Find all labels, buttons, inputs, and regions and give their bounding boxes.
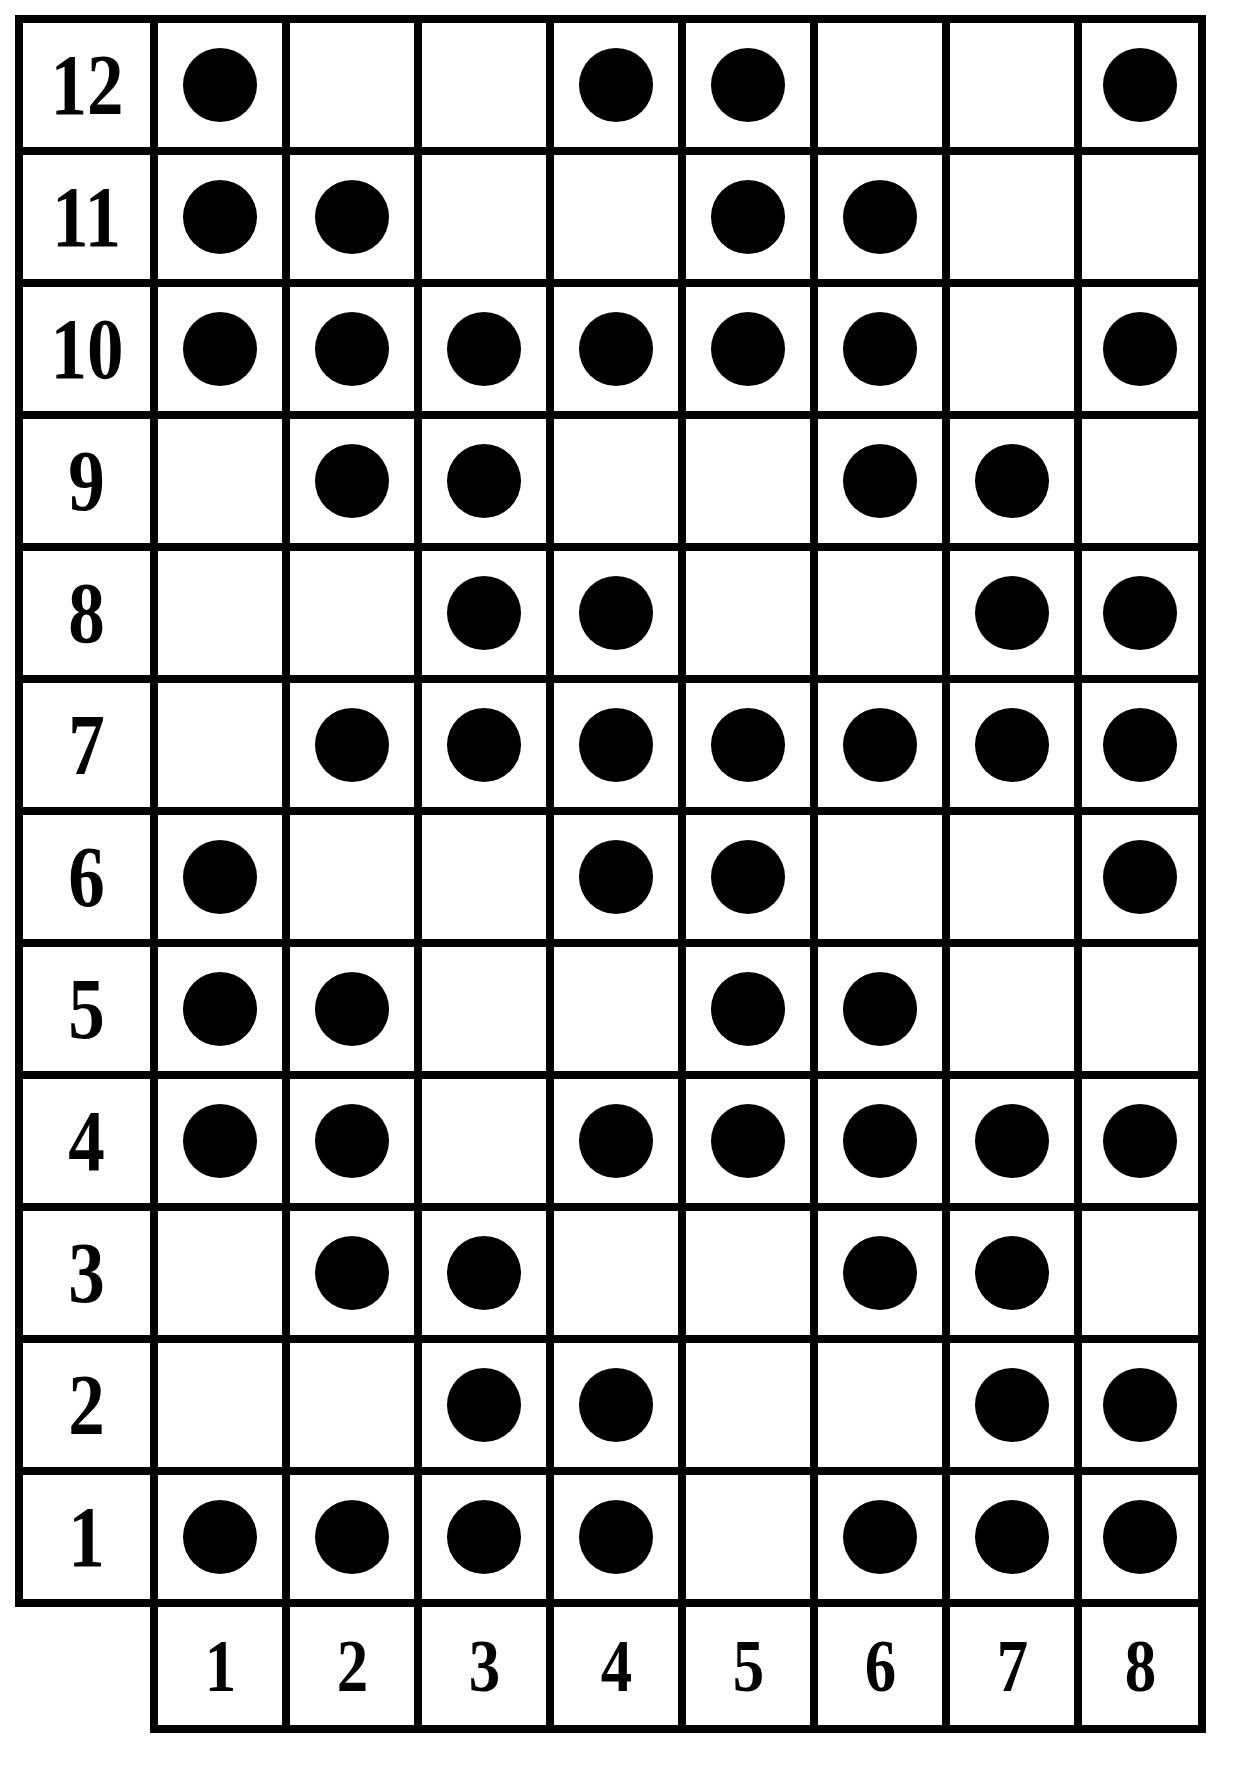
row-label: 11 [15, 147, 150, 279]
grid-cell-r8c4 [546, 543, 678, 675]
dot [843, 444, 917, 518]
grid-cell-r7c7 [942, 675, 1074, 807]
grid-cell-r7c5 [678, 675, 810, 807]
dot [315, 972, 389, 1046]
dot [1103, 576, 1177, 650]
row-label-text: 9 [68, 438, 105, 524]
dot [843, 180, 917, 254]
grid-cell-r7c2 [282, 675, 414, 807]
dot [183, 840, 257, 914]
grid-cell-r2c5 [678, 1335, 810, 1467]
grid-cell-r6c1 [150, 807, 282, 939]
grid-cell-r2c8 [1074, 1335, 1206, 1467]
grid-cell-r6c5 [678, 807, 810, 939]
grid-cell-r8c5 [678, 543, 810, 675]
dot [315, 708, 389, 782]
grid-cell-r4c2 [282, 1071, 414, 1203]
grid-cell-r9c2 [282, 411, 414, 543]
grid-cell-r10c7 [942, 279, 1074, 411]
dot [843, 972, 917, 1046]
column-label: 6 [810, 1599, 942, 1733]
dot [315, 1236, 389, 1310]
dot [843, 1104, 917, 1178]
grid-cell-r4c3 [414, 1071, 546, 1203]
row-label-text: 10 [50, 306, 123, 392]
grid-cell-r2c4 [546, 1335, 678, 1467]
grid-cell-r6c2 [282, 807, 414, 939]
dot [183, 972, 257, 1046]
grid-cell-r3c6 [810, 1203, 942, 1335]
row-label-text: 8 [68, 570, 105, 656]
dot [843, 312, 917, 386]
column-label-text: 6 [864, 1629, 895, 1703]
row-label: 7 [15, 675, 150, 807]
grid-cell-r7c4 [546, 675, 678, 807]
grid-cell-r12c3 [414, 15, 546, 147]
dot [975, 576, 1049, 650]
grid-cell-r6c4 [546, 807, 678, 939]
grid-cell-r8c8 [1074, 543, 1206, 675]
grid-cell-r3c5 [678, 1203, 810, 1335]
grid-cell-r12c4 [546, 15, 678, 147]
grid-cell-r2c6 [810, 1335, 942, 1467]
grid-cell-r5c1 [150, 939, 282, 1071]
grid-cell-r10c6 [810, 279, 942, 411]
grid-cell-r9c8 [1074, 411, 1206, 543]
dot [447, 1236, 521, 1310]
grid-cell-r6c7 [942, 807, 1074, 939]
dot [711, 180, 785, 254]
dot [843, 708, 917, 782]
grid-cell-r10c4 [546, 279, 678, 411]
dot [711, 972, 785, 1046]
grid-cell-r4c7 [942, 1071, 1074, 1203]
dot [975, 444, 1049, 518]
grid-cell-r1c6 [810, 1467, 942, 1599]
grid-cell-r5c5 [678, 939, 810, 1071]
grid-cell-r1c1 [150, 1467, 282, 1599]
dot [447, 708, 521, 782]
column-label-text: 4 [600, 1629, 631, 1703]
grid-cell-r10c1 [150, 279, 282, 411]
grid-cell-r9c7 [942, 411, 1074, 543]
column-label-text: 2 [336, 1629, 367, 1703]
row-label-text: 7 [68, 702, 105, 788]
grid-cell-r4c1 [150, 1071, 282, 1203]
grid-cell-r2c2 [282, 1335, 414, 1467]
column-label-text: 7 [996, 1629, 1027, 1703]
column-label: 4 [546, 1599, 678, 1733]
grid-cell-r3c1 [150, 1203, 282, 1335]
grid-cell-r1c5 [678, 1467, 810, 1599]
dot [579, 1500, 653, 1574]
dot [975, 708, 1049, 782]
dot [1103, 312, 1177, 386]
grid-cell-r8c1 [150, 543, 282, 675]
dot [711, 1104, 785, 1178]
dot [711, 48, 785, 122]
grid-cell-r10c5 [678, 279, 810, 411]
row-label: 1 [15, 1467, 150, 1599]
grid-cell-r10c3 [414, 279, 546, 411]
dot [1103, 840, 1177, 914]
dot [711, 312, 785, 386]
grid-cell-r7c6 [810, 675, 942, 807]
row-label: 3 [15, 1203, 150, 1335]
grid-cell-r5c6 [810, 939, 942, 1071]
column-label: 7 [942, 1599, 1074, 1733]
dot [975, 1104, 1049, 1178]
grid-cell-r4c8 [1074, 1071, 1206, 1203]
column-label-text: 5 [732, 1629, 763, 1703]
grid-cell-r3c4 [546, 1203, 678, 1335]
grid-cell-r9c4 [546, 411, 678, 543]
dot [711, 840, 785, 914]
grid-cell-r11c3 [414, 147, 546, 279]
dot [183, 1500, 257, 1574]
row-label-text: 11 [52, 174, 121, 260]
dot [975, 1500, 1049, 1574]
dot [447, 1500, 521, 1574]
grid-cell-r12c2 [282, 15, 414, 147]
grid-cell-r11c5 [678, 147, 810, 279]
row-label: 6 [15, 807, 150, 939]
row-label: 12 [15, 15, 150, 147]
dot [579, 840, 653, 914]
column-label: 8 [1074, 1599, 1206, 1733]
grid-cell-r11c1 [150, 147, 282, 279]
row-label-text: 6 [68, 834, 105, 920]
dot [315, 444, 389, 518]
grid-cell-r1c8 [1074, 1467, 1206, 1599]
dot [579, 576, 653, 650]
grid-cell-r12c6 [810, 15, 942, 147]
row-label-text: 12 [50, 42, 123, 128]
grid-cell-r11c7 [942, 147, 1074, 279]
grid-cell-r8c6 [810, 543, 942, 675]
dot [315, 1104, 389, 1178]
grid-cell-r1c7 [942, 1467, 1074, 1599]
dot [975, 1236, 1049, 1310]
row-label-text: 2 [68, 1362, 105, 1448]
row-label-text: 1 [68, 1494, 105, 1580]
grid-cell-r10c8 [1074, 279, 1206, 411]
dot [315, 180, 389, 254]
grid-cell-r8c3 [414, 543, 546, 675]
row-label-text: 3 [68, 1230, 105, 1316]
column-label: 2 [282, 1599, 414, 1733]
dot [447, 1368, 521, 1442]
dot [579, 708, 653, 782]
column-label: 1 [150, 1599, 282, 1733]
grid-cell-r9c1 [150, 411, 282, 543]
dot [447, 312, 521, 386]
grid-cell-r1c3 [414, 1467, 546, 1599]
dot [843, 1500, 917, 1574]
grid-cell-r3c3 [414, 1203, 546, 1335]
dot-grid-board: 12111098765432112345678 [15, 15, 1206, 1733]
dot [975, 1368, 1049, 1442]
grid-cell-r3c7 [942, 1203, 1074, 1335]
dot [843, 1236, 917, 1310]
grid-cell-r11c2 [282, 147, 414, 279]
dot [183, 1104, 257, 1178]
dot [1103, 1500, 1177, 1574]
grid-cell-r1c2 [282, 1467, 414, 1599]
grid-cell-r12c8 [1074, 15, 1206, 147]
corner-filler [15, 1599, 150, 1733]
grid-cell-r12c1 [150, 15, 282, 147]
grid-cell-r2c3 [414, 1335, 546, 1467]
grid-cell-r1c4 [546, 1467, 678, 1599]
grid-cell-r3c2 [282, 1203, 414, 1335]
grid-cell-r3c8 [1074, 1203, 1206, 1335]
dot [579, 48, 653, 122]
grid-cell-r7c8 [1074, 675, 1206, 807]
dot [579, 1368, 653, 1442]
grid-cell-r7c1 [150, 675, 282, 807]
dot [447, 576, 521, 650]
dot [1103, 1368, 1177, 1442]
row-label: 9 [15, 411, 150, 543]
row-label: 10 [15, 279, 150, 411]
grid-cell-r9c3 [414, 411, 546, 543]
grid-cell-r12c7 [942, 15, 1074, 147]
dot [579, 1104, 653, 1178]
row-label: 5 [15, 939, 150, 1071]
dot [1103, 48, 1177, 122]
column-label: 5 [678, 1599, 810, 1733]
dot [579, 312, 653, 386]
grid-cell-r6c6 [810, 807, 942, 939]
column-label-text: 1 [204, 1629, 235, 1703]
grid-cell-r6c8 [1074, 807, 1206, 939]
grid-cell-r12c5 [678, 15, 810, 147]
column-label-text: 3 [468, 1629, 499, 1703]
column-label-text: 8 [1124, 1629, 1155, 1703]
grid-cell-r4c6 [810, 1071, 942, 1203]
dot [183, 180, 257, 254]
dot [1103, 708, 1177, 782]
grid-cell-r8c7 [942, 543, 1074, 675]
dot [1103, 1104, 1177, 1178]
dot [183, 312, 257, 386]
grid-cell-r5c4 [546, 939, 678, 1071]
grid-cell-r2c7 [942, 1335, 1074, 1467]
dot [711, 708, 785, 782]
dot [315, 1500, 389, 1574]
grid-cell-r10c2 [282, 279, 414, 411]
dot [447, 444, 521, 518]
grid-cell-r4c4 [546, 1071, 678, 1203]
grid-cell-r7c3 [414, 675, 546, 807]
row-label-text: 4 [68, 1098, 105, 1184]
dot [315, 312, 389, 386]
row-label: 2 [15, 1335, 150, 1467]
grid-cell-r5c7 [942, 939, 1074, 1071]
grid-cell-r5c8 [1074, 939, 1206, 1071]
grid-cell-r11c8 [1074, 147, 1206, 279]
row-label: 4 [15, 1071, 150, 1203]
grid-cell-r11c4 [546, 147, 678, 279]
dot [183, 48, 257, 122]
grid-cell-r5c2 [282, 939, 414, 1071]
row-label-text: 5 [68, 966, 105, 1052]
grid-cell-r9c5 [678, 411, 810, 543]
grid-cell-r9c6 [810, 411, 942, 543]
grid-cell-r11c6 [810, 147, 942, 279]
grid-cell-r6c3 [414, 807, 546, 939]
column-label: 3 [414, 1599, 546, 1733]
grid-cell-r8c2 [282, 543, 414, 675]
grid-cell-r2c1 [150, 1335, 282, 1467]
grid-cell-r4c5 [678, 1071, 810, 1203]
grid-cell-r5c3 [414, 939, 546, 1071]
row-label: 8 [15, 543, 150, 675]
